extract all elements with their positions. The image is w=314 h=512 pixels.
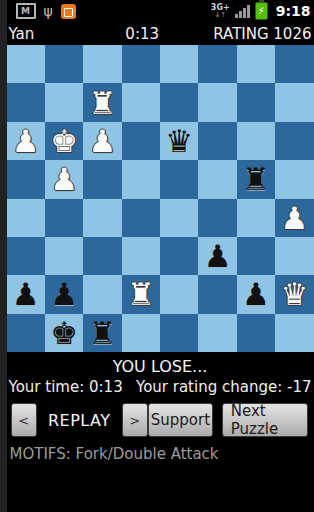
board-square-d2[interactable]: ♜	[122, 275, 160, 313]
motifs-label: MOTIFS: Fork/Double Attack	[7, 445, 314, 463]
board-square-a6[interactable]: ♟	[7, 122, 45, 160]
rating-change-label: Your rating change: -17	[136, 378, 312, 396]
signal-strength-icon	[235, 5, 250, 18]
board-square-a3[interactable]	[7, 237, 45, 275]
board-square-a1[interactable]	[7, 314, 45, 352]
white-rook-d2[interactable]: ♜	[127, 275, 155, 313]
board-square-e3[interactable]	[160, 237, 198, 275]
player-name: Yan	[9, 25, 98, 43]
usb-icon: ψ	[44, 4, 53, 18]
board-square-c7[interactable]: ♜	[83, 83, 121, 121]
puzzle-timer: 0:13	[98, 25, 187, 43]
white-pawn-b5[interactable]: ♟	[50, 160, 78, 198]
board-square-c4[interactable]	[83, 199, 121, 237]
board-square-e5[interactable]	[160, 160, 198, 198]
board-square-f2[interactable]	[198, 275, 236, 313]
board-square-h5[interactable]	[275, 160, 313, 198]
board-square-h3[interactable]	[275, 237, 313, 275]
status-icons-left: M ψ	[10, 3, 211, 19]
controls-row: < REPLAY > Support Next Puzzle	[7, 403, 314, 437]
board-square-g5[interactable]: ♜	[237, 160, 275, 198]
board-square-g2[interactable]: ♟	[237, 275, 275, 313]
board-square-h7[interactable]	[275, 83, 313, 121]
black-queen-e6[interactable]: ♛	[165, 122, 193, 160]
board-square-c5[interactable]	[83, 160, 121, 198]
battery-icon: ⚡	[255, 2, 268, 20]
board-square-d5[interactable]	[122, 160, 160, 198]
board-square-f3[interactable]: ♟	[198, 237, 236, 275]
board-square-e7[interactable]	[160, 83, 198, 121]
board-square-f7[interactable]	[198, 83, 236, 121]
board-square-a5[interactable]	[7, 160, 45, 198]
status-bar: M ψ 3G+ ↓↑ ⚡ 9:18	[7, 0, 314, 22]
status-icons-right: 3G+ ↓↑ ⚡ 9:18	[211, 2, 311, 20]
stats-row: Your time: 0:13 Your rating change: -17	[7, 378, 314, 396]
board-square-e6[interactable]: ♛	[160, 122, 198, 160]
board-square-f6[interactable]	[198, 122, 236, 160]
board-square-h1[interactable]	[275, 314, 313, 352]
board-square-a2[interactable]: ♟	[7, 275, 45, 313]
board-square-d4[interactable]	[122, 199, 160, 237]
white-king-b6[interactable]: ♚	[50, 122, 78, 160]
board-square-b4[interactable]	[45, 199, 83, 237]
board-square-b8[interactable]	[45, 45, 83, 83]
black-rook-g5[interactable]: ♜	[242, 160, 270, 198]
puzzle-header: Yan 0:13 RATING 1026	[7, 22, 314, 45]
replay-button[interactable]: REPLAY	[37, 411, 122, 430]
white-pawn-c6[interactable]: ♟	[89, 122, 117, 160]
board-square-f1[interactable]	[198, 314, 236, 352]
prev-move-button[interactable]: <	[11, 403, 37, 437]
board-square-b1[interactable]: ♚	[45, 314, 83, 352]
white-pawn-h4[interactable]: ♟	[280, 199, 308, 237]
black-pawn-g2[interactable]: ♟	[242, 275, 270, 313]
board-square-d8[interactable]	[122, 45, 160, 83]
black-pawn-a2[interactable]: ♟	[12, 275, 40, 313]
board-square-h6[interactable]	[275, 122, 313, 160]
white-rook-c7[interactable]: ♜	[89, 84, 117, 122]
board-square-d7[interactable]	[122, 83, 160, 121]
black-king-b1[interactable]: ♚	[50, 314, 78, 352]
app-screen: M ψ 3G+ ↓↑ ⚡ 9:18 Yan 0:13 RATING 1026 ♜…	[7, 0, 314, 512]
board-square-e8[interactable]	[160, 45, 198, 83]
charging-bolt-icon: ⚡	[258, 6, 265, 16]
board-square-d1[interactable]	[122, 314, 160, 352]
black-rook-c1[interactable]: ♜	[89, 314, 117, 352]
board-square-f4[interactable]	[198, 199, 236, 237]
white-queen-h2[interactable]: ♛	[280, 275, 308, 313]
black-pawn-f3[interactable]: ♟	[204, 237, 232, 275]
board-square-c1[interactable]: ♜	[83, 314, 121, 352]
board-square-b5[interactable]: ♟	[45, 160, 83, 198]
chess-board[interactable]: ♜♟♚♟♛♟♜♟♟♟♟♜♟♛♚♜	[7, 45, 314, 352]
next-move-button[interactable]: >	[122, 403, 148, 437]
board-square-d6[interactable]	[122, 122, 160, 160]
network-3g-icon: 3G+ ↓↑	[211, 4, 230, 19]
board-square-e4[interactable]	[160, 199, 198, 237]
clock-time: 9:18	[276, 3, 311, 19]
board-square-b2[interactable]: ♟	[45, 275, 83, 313]
board-square-a8[interactable]	[7, 45, 45, 83]
board-square-g1[interactable]	[237, 314, 275, 352]
board-square-g3[interactable]	[237, 237, 275, 275]
board-square-f5[interactable]	[198, 160, 236, 198]
white-pawn-a6[interactable]: ♟	[12, 122, 40, 160]
data-arrows-icon: ↓↑	[214, 12, 226, 19]
board-square-a4[interactable]	[7, 199, 45, 237]
board-square-c3[interactable]	[83, 237, 121, 275]
board-square-b7[interactable]	[45, 83, 83, 121]
sdcard-icon	[61, 4, 76, 19]
board-square-b3[interactable]	[45, 237, 83, 275]
board-square-c6[interactable]: ♟	[83, 122, 121, 160]
board-square-g6[interactable]	[237, 122, 275, 160]
board-square-c8[interactable]	[83, 45, 121, 83]
your-time-label: Your time: 0:13	[9, 378, 123, 396]
black-pawn-b2[interactable]: ♟	[50, 275, 78, 313]
board-square-g8[interactable]	[237, 45, 275, 83]
board-square-a7[interactable]	[7, 83, 45, 121]
board-square-g7[interactable]	[237, 83, 275, 121]
board-square-h2[interactable]: ♛	[275, 275, 313, 313]
rating-label: RATING 1026	[187, 25, 312, 43]
board-square-e2[interactable]	[160, 275, 198, 313]
board-square-f8[interactable]	[198, 45, 236, 83]
board-square-c2[interactable]	[83, 275, 121, 313]
board-square-h8[interactable]	[275, 45, 313, 83]
board-square-b6[interactable]: ♚	[45, 122, 83, 160]
support-button[interactable]: Support	[148, 403, 213, 437]
result-message: YOU LOSE...	[7, 357, 314, 376]
gmail-icon: M	[16, 3, 36, 19]
board-square-d3[interactable]	[122, 237, 160, 275]
board-square-g4[interactable]	[237, 199, 275, 237]
next-puzzle-button[interactable]: Next Puzzle	[222, 403, 309, 437]
board-square-h4[interactable]: ♟	[275, 199, 313, 237]
board-square-e1[interactable]	[160, 314, 198, 352]
